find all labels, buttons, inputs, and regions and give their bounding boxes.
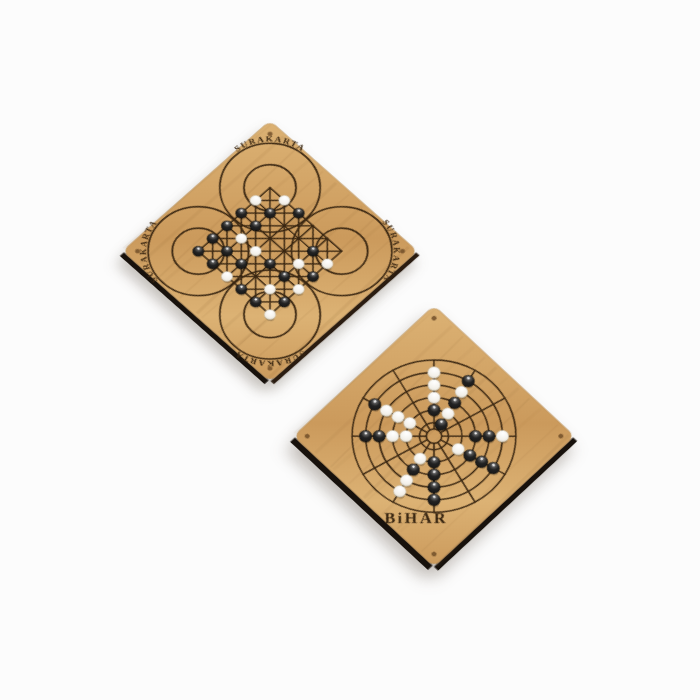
bihar-label: BiHAR: [384, 510, 448, 526]
product-photo[interactable]: SURAKARTASURAKARTASURAKARTASURAKARTA BiH…: [0, 0, 700, 700]
